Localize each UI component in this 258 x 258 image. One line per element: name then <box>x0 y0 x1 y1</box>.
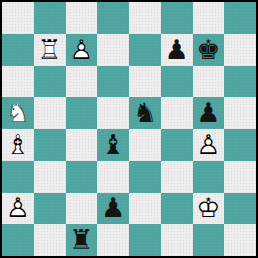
square-e2[interactable] <box>129 193 161 225</box>
white-knight-piece[interactable]: ♞♘ <box>2 97 34 129</box>
black-pawn-piece[interactable]: ♟ <box>161 34 193 66</box>
square-f1[interactable] <box>161 224 193 256</box>
white-rook-outline: ♖ <box>38 36 62 63</box>
square-f2[interactable] <box>161 193 193 225</box>
square-a7[interactable] <box>2 34 34 66</box>
black-king-glyph: ♚ <box>196 36 220 63</box>
square-d6[interactable] <box>97 66 129 98</box>
square-b2[interactable] <box>34 193 66 225</box>
white-rook-piece[interactable]: ♜♖ <box>34 34 66 66</box>
square-h6[interactable] <box>224 66 256 98</box>
white-king-outline: ♔ <box>196 195 220 222</box>
black-pawn-piece[interactable]: ♟ <box>97 193 129 225</box>
square-g2[interactable]: ♚♔ <box>193 193 225 225</box>
square-h3[interactable] <box>224 161 256 193</box>
square-e7[interactable] <box>129 34 161 66</box>
square-h5[interactable] <box>224 97 256 129</box>
black-king-piece[interactable]: ♚ <box>193 34 225 66</box>
square-g1[interactable] <box>193 224 225 256</box>
square-d2[interactable]: ♟ <box>97 193 129 225</box>
square-f6[interactable] <box>161 66 193 98</box>
square-e3[interactable] <box>129 161 161 193</box>
square-f5[interactable] <box>161 97 193 129</box>
square-b6[interactable] <box>34 66 66 98</box>
square-f8[interactable] <box>161 2 193 34</box>
square-h7[interactable] <box>224 34 256 66</box>
square-g6[interactable] <box>193 66 225 98</box>
white-pawn-piece[interactable]: ♟♙ <box>193 129 225 161</box>
square-g5[interactable]: ♟ <box>193 97 225 129</box>
square-e4[interactable] <box>129 129 161 161</box>
square-a6[interactable] <box>2 66 34 98</box>
square-g3[interactable] <box>193 161 225 193</box>
black-knight-piece[interactable]: ♞ <box>129 97 161 129</box>
square-c3[interactable] <box>66 161 98 193</box>
square-h1[interactable] <box>224 224 256 256</box>
square-c2[interactable] <box>66 193 98 225</box>
square-b3[interactable] <box>34 161 66 193</box>
white-pawn-outline: ♙ <box>6 195 30 222</box>
square-a4[interactable]: ♝♗ <box>2 129 34 161</box>
square-b4[interactable] <box>34 129 66 161</box>
square-e8[interactable] <box>129 2 161 34</box>
square-g4[interactable]: ♟♙ <box>193 129 225 161</box>
black-pawn-glyph: ♟ <box>196 99 220 126</box>
square-e5[interactable]: ♞ <box>129 97 161 129</box>
white-pawn-outline: ♙ <box>196 131 220 158</box>
square-d7[interactable] <box>97 34 129 66</box>
square-f7[interactable]: ♟ <box>161 34 193 66</box>
black-rook-piece[interactable]: ♜ <box>66 224 98 256</box>
square-g7[interactable]: ♚ <box>193 34 225 66</box>
square-d5[interactable] <box>97 97 129 129</box>
square-b5[interactable] <box>34 97 66 129</box>
square-a8[interactable] <box>2 2 34 34</box>
square-d4[interactable]: ♝ <box>97 129 129 161</box>
square-h4[interactable] <box>224 129 256 161</box>
black-bishop-glyph: ♝ <box>101 131 125 158</box>
white-pawn-piece[interactable]: ♟♙ <box>2 193 34 225</box>
black-pawn-glyph: ♟ <box>101 195 125 222</box>
square-c7[interactable]: ♟♙ <box>66 34 98 66</box>
square-d8[interactable] <box>97 2 129 34</box>
square-a2[interactable]: ♟♙ <box>2 193 34 225</box>
square-f3[interactable] <box>161 161 193 193</box>
square-d1[interactable] <box>97 224 129 256</box>
square-g8[interactable] <box>193 2 225 34</box>
square-b1[interactable] <box>34 224 66 256</box>
square-c6[interactable] <box>66 66 98 98</box>
square-a1[interactable] <box>2 224 34 256</box>
square-c8[interactable] <box>66 2 98 34</box>
black-pawn-piece[interactable]: ♟ <box>193 97 225 129</box>
square-a5[interactable]: ♞♘ <box>2 97 34 129</box>
chess-board: ♜♖♟♙♟♚♞♘♞♟♝♗♝♟♙♟♙♟♚♔♜ <box>0 0 258 258</box>
black-knight-glyph: ♞ <box>133 99 157 126</box>
black-rook-glyph: ♜ <box>69 226 93 253</box>
square-c5[interactable] <box>66 97 98 129</box>
square-e1[interactable] <box>129 224 161 256</box>
square-h2[interactable] <box>224 193 256 225</box>
black-bishop-piece[interactable]: ♝ <box>97 129 129 161</box>
square-c1[interactable]: ♜ <box>66 224 98 256</box>
black-pawn-glyph: ♟ <box>165 36 189 63</box>
white-king-piece[interactable]: ♚♔ <box>193 193 225 225</box>
square-f4[interactable] <box>161 129 193 161</box>
square-e6[interactable] <box>129 66 161 98</box>
white-bishop-piece[interactable]: ♝♗ <box>2 129 34 161</box>
square-d3[interactable] <box>97 161 129 193</box>
white-bishop-outline: ♗ <box>6 131 30 158</box>
white-pawn-outline: ♙ <box>69 36 93 63</box>
square-c4[interactable] <box>66 129 98 161</box>
square-b7[interactable]: ♜♖ <box>34 34 66 66</box>
square-b8[interactable] <box>34 2 66 34</box>
square-h8[interactable] <box>224 2 256 34</box>
square-a3[interactable] <box>2 161 34 193</box>
white-pawn-piece[interactable]: ♟♙ <box>66 34 98 66</box>
white-knight-outline: ♘ <box>6 99 30 126</box>
